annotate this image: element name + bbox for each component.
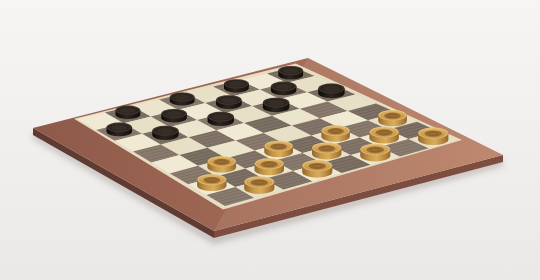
checker-white: [418, 128, 448, 146]
checker-black: [224, 79, 249, 93]
checker-white: [360, 144, 390, 162]
checker-white: [197, 174, 226, 191]
checker-black: [115, 106, 140, 120]
checkers-photo-canvas: [0, 0, 540, 280]
checker-white: [302, 160, 332, 178]
checker-white: [244, 176, 274, 194]
checker-white: [321, 125, 350, 141]
checker-black: [278, 66, 303, 80]
checker-white: [264, 141, 293, 157]
checker-black: [318, 84, 344, 99]
checker-white: [378, 110, 407, 126]
checker-white: [207, 156, 236, 172]
checker-black: [271, 82, 297, 96]
checker-black: [161, 109, 187, 123]
checker-black: [106, 123, 132, 137]
checker-black: [216, 95, 242, 109]
checker-white: [369, 127, 399, 144]
checker-white: [255, 158, 285, 175]
checker-black: [152, 126, 178, 140]
checkers-board-photo: [0, 0, 540, 280]
checker-black: [263, 98, 289, 113]
checker-black: [208, 112, 234, 126]
checker-black: [170, 92, 195, 105]
checker-white: [312, 143, 341, 160]
